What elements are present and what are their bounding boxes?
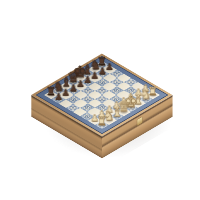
brass-clasp	[137, 117, 142, 125]
product-photo-stage: ♜♞♝♛♚♝♞♜♟♟♟♟♟♟♟♟♟♟♟♟♟♟♟♟♜♞♝♛♚♝♞♜	[0, 0, 200, 200]
piece-dark-pawn-a7: ♟	[51, 95, 65, 104]
light-rook-glyph: ♜	[90, 116, 114, 127]
